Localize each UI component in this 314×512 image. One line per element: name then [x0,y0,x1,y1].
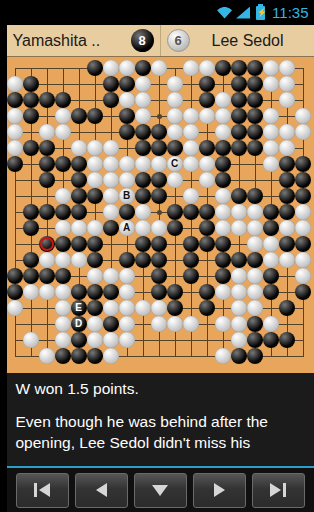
white-stone [295,220,311,236]
white-stone [279,60,295,76]
white-stone [7,300,23,316]
black-stone [247,332,263,348]
black-stone [263,284,279,300]
white-stone [87,140,103,156]
black-stone [103,220,119,236]
black-stone [183,204,199,220]
white-stone [167,124,183,140]
white-stone [103,204,119,220]
white-stone [279,124,295,140]
black-stone [39,172,55,188]
last-move-button[interactable] [252,473,305,508]
white-stone [23,284,39,300]
white-stone [263,108,279,124]
black-stone [71,236,87,252]
white-stone [7,124,23,140]
white-stone [215,348,231,364]
white-stone [231,268,247,284]
white-stone [215,124,231,140]
black-stone [103,92,119,108]
white-stone [231,204,247,220]
black-stone [295,188,311,204]
white-stone [231,284,247,300]
charging-bolt-icon: ⚡ [257,8,267,18]
last-move-circle-marker [40,237,54,251]
white-stone [199,172,215,188]
white-stone [215,316,231,332]
white-stone [279,220,295,236]
white-stone [231,300,247,316]
black-stone [231,92,247,108]
previous-triangle-icon [96,483,107,497]
next-move-button[interactable] [193,473,246,508]
letter-label-B: B [123,188,130,204]
white-stone [183,60,199,76]
black-stone [231,124,247,140]
white-player-cell: 6 Lee Sedol [161,25,314,56]
black-stone [39,156,55,172]
black-stone [119,124,135,140]
black-stone [167,220,183,236]
white-stone [135,92,151,108]
black-stone [247,76,263,92]
white-stone [39,348,55,364]
white-stone [263,76,279,92]
black-stone [87,284,103,300]
white-stone [295,204,311,220]
black-stone [247,124,263,140]
white-stone [7,76,23,92]
white-stone [103,60,119,76]
white-stone [103,332,119,348]
black-stone [135,236,151,252]
black-stone [199,76,215,92]
black-stone [215,156,231,172]
white-stone [183,188,199,204]
black-stone [87,252,103,268]
letter-label-E: E [75,300,82,316]
black-stone [23,268,39,284]
black-player-cell: Yamashita .. 8 [7,25,161,56]
black-stone [119,76,135,92]
white-stone [263,60,279,76]
white-stone [55,220,71,236]
white-stone [55,316,71,332]
hoshi-point [157,210,162,215]
black-stone [247,316,263,332]
white-stone: B [119,188,135,204]
letter-label-D: D [75,316,82,332]
black-stone [167,140,183,156]
black-stone [87,348,103,364]
show-comment-button[interactable] [134,473,187,508]
black-captures-badge: 8 [131,29,154,52]
white-stone [87,316,103,332]
white-stone [103,300,119,316]
white-stone [295,124,311,140]
white-stone [215,284,231,300]
black-stone [199,300,215,316]
black-stone [55,268,71,284]
black-stone [55,236,71,252]
white-stone [71,140,87,156]
black-stone [55,348,71,364]
black-stone [119,108,135,124]
white-stone [103,172,119,188]
white-player-name: Lee Sedol [212,32,284,50]
black-stone [23,252,39,268]
black-stone [247,188,263,204]
black-stone [231,108,247,124]
white-stone [55,108,71,124]
white-stone [199,156,215,172]
black-stone [151,236,167,252]
black-stone [151,172,167,188]
black-stone [231,252,247,268]
black-stone [247,140,263,156]
white-stone [263,236,279,252]
white-stone [215,220,231,236]
black-stone [87,236,103,252]
skip-end-bar-icon [283,483,286,497]
black-stone [87,108,103,124]
white-stone [247,268,263,284]
white-stone [279,252,295,268]
black-stone [295,156,311,172]
black-stone [135,172,151,188]
white-stone [231,220,247,236]
black-stone [7,156,23,172]
white-stone [167,108,183,124]
black-stone [263,332,279,348]
white-stone [279,76,295,92]
black-stone [23,108,39,124]
cell-signal-icon [236,7,250,19]
black-stone [71,188,87,204]
white-stone [215,108,231,124]
skip-start-bar-icon [34,483,37,497]
next-triangle-icon [214,483,225,497]
black-stone [295,284,311,300]
white-stone [231,332,247,348]
black-stone [71,284,87,300]
white-stone [183,316,199,332]
black-player-name: Yamashita .. [13,32,101,50]
white-stone [103,268,119,284]
black-stone [199,204,215,220]
black-stone [215,252,231,268]
white-stone [183,156,199,172]
white-stone [263,140,279,156]
black-stone [183,268,199,284]
black-stone [135,60,151,76]
black-stone [199,92,215,108]
white-stone [151,300,167,316]
white-stone [183,124,199,140]
black-stone [55,156,71,172]
black-stone [183,252,199,268]
black-stone [39,236,55,252]
black-stone [215,268,231,284]
white-stone [87,172,103,188]
white-stone [135,156,151,172]
white-stone [7,140,23,156]
black-stone: D [71,316,87,332]
white-stone: A [119,220,135,236]
black-stone [231,60,247,76]
white-stone [231,316,247,332]
white-stone [151,316,167,332]
white-stone [119,156,135,172]
commentary-panel[interactable]: W won 1.5 points. Even though he was beh… [7,373,314,466]
black-stone [119,204,135,220]
black-stone [103,76,119,92]
black-stone [167,284,183,300]
black-stone [279,188,295,204]
black-stone [231,348,247,364]
black-stone [23,140,39,156]
black-stone [215,172,231,188]
black-stone [295,172,311,188]
black-stone [183,236,199,252]
white-stone [71,220,87,236]
white-stone [87,220,103,236]
black-stone [215,236,231,252]
app-window: ⚡ 11:35 Yamashita .. 8 6 Lee Sedol CBAED… [7,0,314,512]
black-stone [263,204,279,220]
white-stone [263,252,279,268]
black-stone [279,332,295,348]
white-stone [183,108,199,124]
black-stone [55,204,71,220]
black-stone [199,220,215,236]
white-stone [119,172,135,188]
white-stone [39,124,55,140]
white-captures-badge: 6 [167,29,190,52]
white-stone [199,60,215,76]
white-stone [119,284,135,300]
letter-label-A: A [123,220,130,236]
black-stone [135,140,151,156]
black-stone [39,268,55,284]
black-stone [231,76,247,92]
white-stone [247,284,263,300]
black-stone [39,92,55,108]
black-stone [119,252,135,268]
playback-toolbar [7,468,314,512]
black-stone [39,140,55,156]
white-stone [215,204,231,220]
white-stone [55,124,71,140]
black-stone [279,300,295,316]
white-stone [151,60,167,76]
black-stone [247,348,263,364]
black-stone [23,92,39,108]
black-stone [247,252,263,268]
white-stone [247,204,263,220]
black-stone [87,60,103,76]
white-stone [55,188,71,204]
black-stone [167,204,183,220]
black-stone [263,220,279,236]
black-stone [215,140,231,156]
white-stone [119,332,135,348]
white-stone [55,284,71,300]
white-stone [39,284,55,300]
black-stone [39,204,55,220]
black-stone [7,268,23,284]
black-stone [87,188,103,204]
white-stone [119,300,135,316]
white-stone [135,76,151,92]
white-stone [151,220,167,236]
black-stone [135,188,151,204]
white-stone [55,300,71,316]
status-bar: ⚡ 11:35 [7,0,314,25]
black-stone [151,284,167,300]
skip-end-triangle-icon [270,483,281,497]
black-stone [71,172,87,188]
white-stone [263,156,279,172]
black-stone [247,60,263,76]
white-stone [87,332,103,348]
hoshi-point [157,114,162,119]
white-stone [295,252,311,268]
black-stone [7,92,23,108]
white-stone [119,92,135,108]
black-stone [71,332,87,348]
black-stone [55,92,71,108]
white-stone [135,108,151,124]
white-stone [167,172,183,188]
white-stone [167,92,183,108]
letter-label-C: C [171,156,178,172]
white-stone [199,108,215,124]
white-stone [263,124,279,140]
black-stone [231,140,247,156]
white-stone [55,332,71,348]
white-stone [119,316,135,332]
white-stone [23,332,39,348]
battery-icon: ⚡ [256,6,265,20]
white-stone [183,140,199,156]
first-move-button[interactable] [16,473,69,508]
black-stone [23,76,39,92]
black-stone [279,204,295,220]
white-stone [215,188,231,204]
black-stone [103,316,119,332]
black-stone [71,204,87,220]
black-stone [71,108,87,124]
black-stone [279,156,295,172]
white-stone [103,348,119,364]
black-stone [279,172,295,188]
white-stone [247,300,263,316]
white-stone [135,204,151,220]
black-stone [247,108,263,124]
black-stone [295,236,311,252]
white-stone [103,188,119,204]
white-stone [167,316,183,332]
game-info-header: Yamashita .. 8 6 Lee Sedol [7,25,314,57]
white-stone [151,156,167,172]
white-stone [247,220,263,236]
status-clock: 11:35 [272,4,308,21]
black-stone [199,236,215,252]
white-stone [39,252,55,268]
white-stone [247,236,263,252]
black-stone [231,188,247,204]
white-stone [167,76,183,92]
white-stone [119,268,135,284]
black-stone [135,252,151,268]
black-stone [199,140,215,156]
wifi-icon [217,7,232,19]
white-stone: C [167,156,183,172]
black-stone [71,348,87,364]
black-stone [279,236,295,252]
black-stone: E [71,300,87,316]
white-stone [215,92,231,108]
black-stone [215,60,231,76]
white-stone [135,300,151,316]
white-stone [7,108,23,124]
white-stone [135,220,151,236]
result-text: W won 1.5 points. [16,379,305,399]
black-stone [71,156,87,172]
black-stone [103,284,119,300]
white-stone [87,268,103,284]
black-stone [151,124,167,140]
previous-move-button[interactable] [75,473,128,508]
comment-text: Even though he was behind after the open… [16,412,305,453]
white-stone [103,140,119,156]
go-board[interactable]: CBAED [7,57,314,373]
black-stone [247,92,263,108]
white-stone [71,252,87,268]
black-stone [199,284,215,300]
black-stone [7,284,23,300]
black-stone [151,252,167,268]
skip-start-triangle-icon [39,483,50,497]
white-stone [263,316,279,332]
down-triangle-icon [152,485,168,496]
black-stone [23,204,39,220]
white-stone [279,92,295,108]
black-stone [167,300,183,316]
white-stone [295,108,311,124]
white-stone [103,156,119,172]
white-stone [87,156,103,172]
white-stone [295,268,311,284]
black-stone [263,268,279,284]
black-stone [135,124,151,140]
black-stone [151,140,167,156]
white-stone [55,252,71,268]
white-stone [119,60,135,76]
white-stone [279,140,295,156]
black-stone [87,300,103,316]
black-stone [151,188,167,204]
black-stone [23,220,39,236]
black-stone [151,268,167,284]
